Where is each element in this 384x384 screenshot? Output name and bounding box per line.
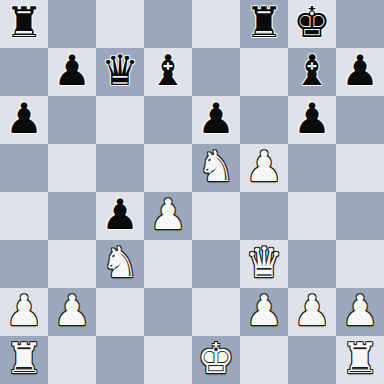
piece-black-pawn: ♟ — [293, 96, 331, 143]
square-a5[interactable] — [0, 144, 48, 192]
piece-black-queen: ♛ — [101, 48, 139, 95]
square-a2[interactable]: ♟ — [0, 288, 48, 336]
square-h5[interactable] — [336, 144, 384, 192]
square-d1[interactable] — [144, 336, 192, 384]
square-f5[interactable]: ♟ — [240, 144, 288, 192]
square-b1[interactable] — [48, 336, 96, 384]
square-d2[interactable] — [144, 288, 192, 336]
square-b8[interactable] — [48, 0, 96, 48]
piece-white-knight: ♞ — [101, 240, 139, 287]
square-c1[interactable] — [96, 336, 144, 384]
square-e7[interactable] — [192, 48, 240, 96]
piece-black-pawn: ♟ — [197, 96, 235, 143]
square-e4[interactable] — [192, 192, 240, 240]
square-d6[interactable] — [144, 96, 192, 144]
square-d3[interactable] — [144, 240, 192, 288]
piece-black-king: ♚ — [293, 0, 331, 47]
square-g3[interactable] — [288, 240, 336, 288]
square-d7[interactable]: ♝ — [144, 48, 192, 96]
square-e8[interactable] — [192, 0, 240, 48]
square-a7[interactable] — [0, 48, 48, 96]
square-e5[interactable]: ♞ — [192, 144, 240, 192]
square-b4[interactable] — [48, 192, 96, 240]
square-c5[interactable] — [96, 144, 144, 192]
piece-black-pawn: ♟ — [5, 96, 43, 143]
square-e2[interactable] — [192, 288, 240, 336]
square-d5[interactable] — [144, 144, 192, 192]
square-a8[interactable]: ♜ — [0, 0, 48, 48]
square-a4[interactable] — [0, 192, 48, 240]
square-g4[interactable] — [288, 192, 336, 240]
square-g7[interactable]: ♝ — [288, 48, 336, 96]
square-b7[interactable]: ♟ — [48, 48, 96, 96]
square-g5[interactable] — [288, 144, 336, 192]
piece-white-king: ♚ — [197, 336, 235, 383]
square-b6[interactable] — [48, 96, 96, 144]
piece-black-pawn: ♟ — [101, 192, 139, 239]
piece-black-pawn: ♟ — [53, 48, 91, 95]
square-g1[interactable] — [288, 336, 336, 384]
piece-white-queen: ♛ — [245, 240, 283, 287]
square-f2[interactable]: ♟ — [240, 288, 288, 336]
square-f7[interactable] — [240, 48, 288, 96]
chess-board: ♜♜♚♟♛♝♝♟♟♟♟♞♟♟♟♞♛♟♟♟♟♟♜♚♜ — [0, 0, 384, 384]
square-f8[interactable]: ♜ — [240, 0, 288, 48]
piece-white-knight: ♞ — [197, 144, 235, 191]
piece-white-rook: ♜ — [5, 336, 43, 383]
square-c2[interactable] — [96, 288, 144, 336]
piece-white-pawn: ♟ — [53, 288, 91, 335]
piece-white-pawn: ♟ — [5, 288, 43, 335]
piece-white-pawn: ♟ — [149, 192, 187, 239]
square-c3[interactable]: ♞ — [96, 240, 144, 288]
square-b5[interactable] — [48, 144, 96, 192]
piece-white-rook: ♜ — [341, 336, 379, 383]
square-h3[interactable] — [336, 240, 384, 288]
square-d8[interactable] — [144, 0, 192, 48]
piece-white-pawn: ♟ — [293, 288, 331, 335]
square-a1[interactable]: ♜ — [0, 336, 48, 384]
square-e3[interactable] — [192, 240, 240, 288]
square-f3[interactable]: ♛ — [240, 240, 288, 288]
piece-white-pawn: ♟ — [245, 144, 283, 191]
square-h6[interactable] — [336, 96, 384, 144]
square-a3[interactable] — [0, 240, 48, 288]
square-a6[interactable]: ♟ — [0, 96, 48, 144]
square-c8[interactable] — [96, 0, 144, 48]
square-h8[interactable] — [336, 0, 384, 48]
piece-black-rook: ♜ — [5, 0, 43, 47]
square-b2[interactable]: ♟ — [48, 288, 96, 336]
square-h7[interactable]: ♟ — [336, 48, 384, 96]
square-g2[interactable]: ♟ — [288, 288, 336, 336]
square-d4[interactable]: ♟ — [144, 192, 192, 240]
square-e1[interactable]: ♚ — [192, 336, 240, 384]
piece-black-pawn: ♟ — [341, 48, 379, 95]
square-g6[interactable]: ♟ — [288, 96, 336, 144]
square-h2[interactable]: ♟ — [336, 288, 384, 336]
square-c6[interactable] — [96, 96, 144, 144]
square-h4[interactable] — [336, 192, 384, 240]
square-f1[interactable] — [240, 336, 288, 384]
square-e6[interactable]: ♟ — [192, 96, 240, 144]
square-h1[interactable]: ♜ — [336, 336, 384, 384]
piece-black-bishop: ♝ — [149, 48, 187, 95]
square-c4[interactable]: ♟ — [96, 192, 144, 240]
square-f4[interactable] — [240, 192, 288, 240]
piece-black-bishop: ♝ — [293, 48, 331, 95]
square-f6[interactable] — [240, 96, 288, 144]
piece-black-rook: ♜ — [245, 0, 283, 47]
square-g8[interactable]: ♚ — [288, 0, 336, 48]
piece-white-pawn: ♟ — [341, 288, 379, 335]
square-c7[interactable]: ♛ — [96, 48, 144, 96]
piece-white-pawn: ♟ — [245, 288, 283, 335]
square-b3[interactable] — [48, 240, 96, 288]
